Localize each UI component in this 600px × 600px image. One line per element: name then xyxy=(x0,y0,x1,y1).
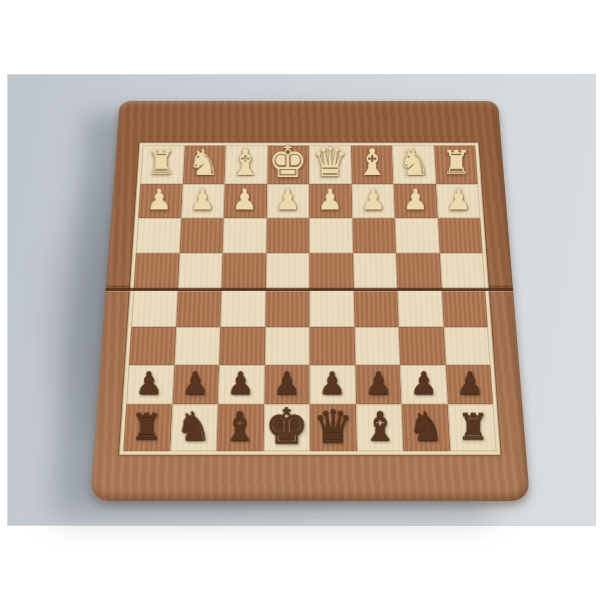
white-pawn: ♟ xyxy=(317,185,343,214)
square: ♞ xyxy=(401,404,449,451)
black-pawn: ♟ xyxy=(181,368,209,399)
black-pawn: ♟ xyxy=(135,368,163,399)
white-pawn: ♟ xyxy=(274,185,300,214)
square: ♟ xyxy=(126,365,174,404)
square xyxy=(443,327,490,365)
square xyxy=(177,253,222,289)
black-pawn: ♟ xyxy=(272,368,300,399)
black-pawn: ♟ xyxy=(364,368,392,399)
square: ♚ xyxy=(266,146,308,185)
square xyxy=(222,218,266,253)
white-pawn: ♟ xyxy=(189,185,215,214)
black-bishop: ♝ xyxy=(221,407,257,447)
black-pawn: ♟ xyxy=(318,368,346,399)
black-pawn: ♟ xyxy=(456,368,484,399)
board-hinge-seam xyxy=(105,288,513,291)
white-pawn: ♟ xyxy=(146,185,172,214)
square: ♛ xyxy=(309,146,351,185)
square xyxy=(397,290,443,327)
square: ♚ xyxy=(263,404,310,451)
square xyxy=(351,218,395,253)
black-queen: ♛ xyxy=(312,404,352,449)
square xyxy=(220,290,265,327)
square xyxy=(131,290,177,327)
square xyxy=(309,218,352,253)
board-inlay-border: ♜♞♝♚♛♝♞♜♟♟♟♟♟♟♟♟♟♟♟♟♟♟♟♟♜♞♝♚♛♝♞♜ xyxy=(118,143,500,456)
white-knight: ♞ xyxy=(398,144,431,180)
square: ♝ xyxy=(350,146,393,185)
square: ♜ xyxy=(123,404,172,451)
white-pawn: ♟ xyxy=(445,185,471,214)
square: ♟ xyxy=(393,184,437,218)
square: ♜ xyxy=(433,146,477,185)
black-knight: ♞ xyxy=(408,407,444,447)
black-bishop: ♝ xyxy=(361,407,397,447)
square xyxy=(175,290,221,327)
square: ♟ xyxy=(309,184,352,218)
square: ♞ xyxy=(182,146,225,185)
square xyxy=(309,253,353,289)
square: ♟ xyxy=(266,184,309,218)
square: ♟ xyxy=(400,365,447,404)
white-rook: ♜ xyxy=(441,146,470,179)
white-bishop: ♝ xyxy=(355,144,388,180)
square xyxy=(309,327,354,365)
square xyxy=(264,327,309,365)
black-pawn: ♟ xyxy=(227,368,255,399)
square: ♟ xyxy=(445,365,493,404)
square xyxy=(265,253,309,289)
square xyxy=(394,218,439,253)
square: ♜ xyxy=(140,146,184,185)
square: ♝ xyxy=(355,404,403,451)
white-king: ♚ xyxy=(268,140,308,184)
square xyxy=(352,253,397,289)
square xyxy=(353,290,398,327)
square: ♝ xyxy=(224,146,267,185)
square xyxy=(309,290,354,327)
square xyxy=(398,327,445,365)
square xyxy=(133,253,179,289)
square: ♟ xyxy=(435,184,480,218)
white-queen: ♛ xyxy=(311,142,348,183)
black-rook: ♜ xyxy=(130,409,163,445)
white-rook: ♜ xyxy=(146,146,175,179)
square xyxy=(173,327,219,365)
white-pawn: ♟ xyxy=(360,185,386,214)
square: ♝ xyxy=(216,404,263,451)
square: ♛ xyxy=(309,404,356,451)
black-pawn: ♟ xyxy=(410,368,438,399)
square: ♟ xyxy=(172,365,219,404)
square: ♟ xyxy=(351,184,394,218)
white-pawn: ♟ xyxy=(232,185,258,214)
square xyxy=(437,218,482,253)
square: ♟ xyxy=(217,365,263,404)
square: ♜ xyxy=(447,404,496,451)
playing-area: ♜♞♝♚♛♝♞♜♟♟♟♟♟♟♟♟♟♟♟♟♟♟♟♟♜♞♝♚♛♝♞♜ xyxy=(123,146,496,452)
square xyxy=(179,218,223,253)
black-knight: ♞ xyxy=(175,407,211,447)
square xyxy=(354,327,400,365)
square xyxy=(439,253,485,289)
square: ♟ xyxy=(138,184,182,218)
square xyxy=(135,218,180,253)
square: ♟ xyxy=(180,184,224,218)
chess-board: ♜♞♝♚♛♝♞♜♟♟♟♟♟♟♟♟♟♟♟♟♟♟♟♟♜♞♝♚♛♝♞♜ xyxy=(90,101,530,501)
square xyxy=(264,290,309,327)
square: ♟ xyxy=(309,365,355,404)
white-knight: ♞ xyxy=(187,144,220,180)
square xyxy=(221,253,265,289)
photo-background: ♜♞♝♚♛♝♞♜♟♟♟♟♟♟♟♟♟♟♟♟♟♟♟♟♜♞♝♚♛♝♞♜ xyxy=(7,74,596,526)
square xyxy=(396,253,441,289)
square: ♟ xyxy=(354,365,401,404)
square xyxy=(441,290,488,327)
square: ♞ xyxy=(169,404,217,451)
square: ♟ xyxy=(223,184,266,218)
square xyxy=(128,327,175,365)
black-king: ♚ xyxy=(264,402,308,451)
black-rook: ♜ xyxy=(456,409,489,445)
white-bishop: ♝ xyxy=(229,144,262,180)
square xyxy=(219,327,265,365)
square: ♞ xyxy=(392,146,436,185)
square xyxy=(265,218,308,253)
white-pawn: ♟ xyxy=(403,185,429,214)
